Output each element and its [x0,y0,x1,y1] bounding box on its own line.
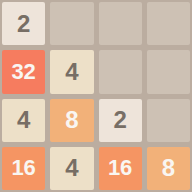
empty-cell [99,50,142,93]
tile-16: 16 [2,147,45,190]
tile-4: 4 [50,147,93,190]
tile-16: 16 [99,147,142,190]
board-grid[interactable]: 2324482164168 [0,0,192,192]
empty-cell [147,50,190,93]
empty-cell [147,99,190,142]
tile-4: 4 [2,99,45,142]
empty-cell [50,2,93,45]
tile-2: 2 [2,2,45,45]
tile-4: 4 [50,50,93,93]
tile-8: 8 [147,147,190,190]
empty-cell [99,2,142,45]
tile-32: 32 [2,50,45,93]
tile-8: 8 [50,99,93,142]
tile-2: 2 [99,99,142,142]
empty-cell [147,2,190,45]
